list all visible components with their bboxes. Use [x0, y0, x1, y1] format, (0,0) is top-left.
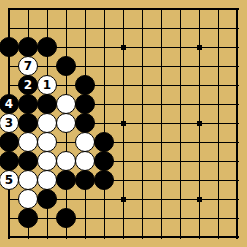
- intersection-10-2[interactable]: [171, 19, 190, 38]
- intersection-10-9[interactable]: [171, 152, 190, 171]
- white-stone: [18, 132, 38, 152]
- star-point: [121, 121, 126, 126]
- intersection-12-4[interactable]: [209, 57, 228, 76]
- move-number: 7: [24, 60, 32, 72]
- intersection-4-10[interactable]: [57, 171, 76, 190]
- intersection-1-4[interactable]: [0, 57, 19, 76]
- intersection-2-13[interactable]: [19, 228, 38, 247]
- black-stone: [75, 94, 95, 114]
- intersection-3-3[interactable]: [38, 38, 57, 57]
- intersection-5-7[interactable]: [76, 114, 95, 133]
- intersection-10-10[interactable]: [171, 171, 190, 190]
- intersection-11-9[interactable]: [190, 152, 209, 171]
- black-stone: [94, 132, 114, 152]
- intersection-8-3[interactable]: [133, 38, 152, 57]
- intersection-3-8[interactable]: [38, 133, 57, 152]
- white-stone: [37, 132, 57, 152]
- intersection-1-3[interactable]: [0, 38, 19, 57]
- black-stone: [75, 113, 95, 133]
- intersection-13-6[interactable]: [228, 95, 247, 114]
- black-stone: [18, 208, 38, 228]
- intersection-11-7[interactable]: [190, 114, 209, 133]
- white-stone: [37, 170, 57, 190]
- intersection-11-8[interactable]: [190, 133, 209, 152]
- intersection-5-11[interactable]: [76, 190, 95, 209]
- intersection-3-9[interactable]: [38, 152, 57, 171]
- black-stone: [37, 37, 57, 57]
- intersection-3-4[interactable]: [38, 57, 57, 76]
- white-stone: [18, 170, 38, 190]
- intersection-10-4[interactable]: [171, 57, 190, 76]
- black-stone: [56, 170, 76, 190]
- intersection-7-3[interactable]: [114, 38, 133, 57]
- intersection-4-5[interactable]: [57, 76, 76, 95]
- intersection-3-7[interactable]: [38, 114, 57, 133]
- intersection-1-8[interactable]: [0, 133, 19, 152]
- intersection-7-6[interactable]: [114, 95, 133, 114]
- intersection-11-11[interactable]: [190, 190, 209, 209]
- intersection-8-6[interactable]: [133, 95, 152, 114]
- intersection-12-9[interactable]: [209, 152, 228, 171]
- intersection-12-5[interactable]: [209, 76, 228, 95]
- intersection-12-6[interactable]: [209, 95, 228, 114]
- intersection-2-11[interactable]: [19, 190, 38, 209]
- intersection-6-5[interactable]: [95, 76, 114, 95]
- star-point: [197, 121, 202, 126]
- intersection-3-13[interactable]: [38, 228, 57, 247]
- go-board: 721435: [0, 0, 247, 247]
- intersection-13-13[interactable]: [228, 228, 247, 247]
- intersection-8-8[interactable]: [133, 133, 152, 152]
- white-stone: [75, 151, 95, 171]
- intersection-6-10[interactable]: [95, 171, 114, 190]
- intersection-12-7[interactable]: [209, 114, 228, 133]
- intersection-9-13[interactable]: [152, 228, 171, 247]
- intersection-9-12[interactable]: [152, 209, 171, 228]
- intersection-11-3[interactable]: [190, 38, 209, 57]
- intersection-11-12[interactable]: [190, 209, 209, 228]
- intersection-11-1[interactable]: [190, 0, 209, 19]
- intersection-2-8[interactable]: [19, 133, 38, 152]
- intersection-7-13[interactable]: [114, 228, 133, 247]
- intersection-7-7[interactable]: [114, 114, 133, 133]
- intersection-12-11[interactable]: [209, 190, 228, 209]
- intersection-8-10[interactable]: [133, 171, 152, 190]
- intersection-9-9[interactable]: [152, 152, 171, 171]
- intersection-12-8[interactable]: [209, 133, 228, 152]
- intersection-13-10[interactable]: [228, 171, 247, 190]
- intersection-4-8[interactable]: [57, 133, 76, 152]
- intersection-2-4[interactable]: 7: [19, 57, 38, 76]
- intersection-2-6[interactable]: [19, 95, 38, 114]
- intersection-3-11[interactable]: [38, 190, 57, 209]
- intersection-13-7[interactable]: [228, 114, 247, 133]
- white-stone: 7: [18, 56, 38, 76]
- intersection-9-4[interactable]: [152, 57, 171, 76]
- intersection-5-3[interactable]: [76, 38, 95, 57]
- intersection-6-12[interactable]: [95, 209, 114, 228]
- intersection-7-10[interactable]: [114, 171, 133, 190]
- black-stone: [0, 151, 19, 171]
- white-stone: 5: [0, 170, 19, 190]
- intersection-10-11[interactable]: [171, 190, 190, 209]
- intersection-5-6[interactable]: [76, 95, 95, 114]
- intersection-5-13[interactable]: [76, 228, 95, 247]
- intersection-4-3[interactable]: [57, 38, 76, 57]
- intersection-7-11[interactable]: [114, 190, 133, 209]
- star-point: [197, 45, 202, 50]
- intersection-9-11[interactable]: [152, 190, 171, 209]
- intersection-13-5[interactable]: [228, 76, 247, 95]
- intersection-13-8[interactable]: [228, 133, 247, 152]
- white-stone: [75, 132, 95, 152]
- intersection-6-13[interactable]: [95, 228, 114, 247]
- intersection-10-12[interactable]: [171, 209, 190, 228]
- intersection-10-8[interactable]: [171, 133, 190, 152]
- intersection-6-4[interactable]: [95, 57, 114, 76]
- intersection-9-10[interactable]: [152, 171, 171, 190]
- intersection-5-2[interactable]: [76, 19, 95, 38]
- intersection-9-7[interactable]: [152, 114, 171, 133]
- intersection-1-13[interactable]: [0, 228, 19, 247]
- intersection-8-4[interactable]: [133, 57, 152, 76]
- intersection-7-8[interactable]: [114, 133, 133, 152]
- intersection-6-9[interactable]: [95, 152, 114, 171]
- intersection-8-9[interactable]: [133, 152, 152, 171]
- intersection-9-1[interactable]: [152, 0, 171, 19]
- intersection-8-13[interactable]: [133, 228, 152, 247]
- intersection-9-2[interactable]: [152, 19, 171, 38]
- intersection-10-6[interactable]: [171, 95, 190, 114]
- move-number: 1: [43, 79, 51, 91]
- star-point: [197, 197, 202, 202]
- intersection-1-9[interactable]: [0, 152, 19, 171]
- intersection-13-1[interactable]: [228, 0, 247, 19]
- black-stone: [18, 37, 38, 57]
- intersection-6-6[interactable]: [95, 95, 114, 114]
- black-stone: [18, 94, 38, 114]
- intersection-8-1[interactable]: [133, 0, 152, 19]
- intersection-12-12[interactable]: [209, 209, 228, 228]
- intersection-1-5[interactable]: [0, 76, 19, 95]
- intersection-7-5[interactable]: [114, 76, 133, 95]
- intersection-3-2[interactable]: [38, 19, 57, 38]
- intersection-13-2[interactable]: [228, 19, 247, 38]
- intersection-4-4[interactable]: [57, 57, 76, 76]
- intersection-10-7[interactable]: [171, 114, 190, 133]
- intersection-3-1[interactable]: [38, 0, 57, 19]
- intersection-12-2[interactable]: [209, 19, 228, 38]
- intersection-12-13[interactable]: [209, 228, 228, 247]
- intersection-2-12[interactable]: [19, 209, 38, 228]
- intersection-1-11[interactable]: [0, 190, 19, 209]
- intersection-6-7[interactable]: [95, 114, 114, 133]
- intersection-1-1[interactable]: [0, 0, 19, 19]
- intersection-8-11[interactable]: [133, 190, 152, 209]
- intersection-10-3[interactable]: [171, 38, 190, 57]
- intersection-1-10[interactable]: 5: [0, 171, 19, 190]
- intersection-9-3[interactable]: [152, 38, 171, 57]
- black-stone: [75, 170, 95, 190]
- black-stone: [37, 94, 57, 114]
- intersection-7-2[interactable]: [114, 19, 133, 38]
- white-stone: [37, 113, 57, 133]
- intersection-11-10[interactable]: [190, 171, 209, 190]
- intersection-3-10[interactable]: [38, 171, 57, 190]
- intersection-4-6[interactable]: [57, 95, 76, 114]
- black-stone: [37, 189, 57, 209]
- intersection-13-3[interactable]: [228, 38, 247, 57]
- intersection-8-7[interactable]: [133, 114, 152, 133]
- intersection-10-13[interactable]: [171, 228, 190, 247]
- white-stone: [56, 113, 76, 133]
- intersection-8-2[interactable]: [133, 19, 152, 38]
- intersection-8-12[interactable]: [133, 209, 152, 228]
- intersection-9-6[interactable]: [152, 95, 171, 114]
- intersection-2-2[interactable]: [19, 19, 38, 38]
- intersection-11-5[interactable]: [190, 76, 209, 95]
- intersection-11-6[interactable]: [190, 95, 209, 114]
- intersection-4-9[interactable]: [57, 152, 76, 171]
- star-point: [121, 45, 126, 50]
- intersection-1-12[interactable]: [0, 209, 19, 228]
- black-stone: 4: [0, 94, 19, 114]
- white-stone: 3: [0, 113, 19, 133]
- black-stone: [18, 151, 38, 171]
- intersection-13-11[interactable]: [228, 190, 247, 209]
- intersection-7-1[interactable]: [114, 0, 133, 19]
- intersection-2-5[interactable]: 2: [19, 76, 38, 95]
- intersection-6-3[interactable]: [95, 38, 114, 57]
- intersection-4-12[interactable]: [57, 209, 76, 228]
- move-number: 2: [24, 79, 32, 91]
- white-stone: [56, 151, 76, 171]
- intersection-5-4[interactable]: [76, 57, 95, 76]
- intersection-4-13[interactable]: [57, 228, 76, 247]
- intersection-4-7[interactable]: [57, 114, 76, 133]
- black-stone: [18, 113, 38, 133]
- intersection-4-2[interactable]: [57, 19, 76, 38]
- intersection-1-6[interactable]: 4: [0, 95, 19, 114]
- intersection-10-5[interactable]: [171, 76, 190, 95]
- intersection-3-12[interactable]: [38, 209, 57, 228]
- intersection-11-13[interactable]: [190, 228, 209, 247]
- black-stone: [56, 208, 76, 228]
- star-point: [121, 197, 126, 202]
- black-stone: [94, 151, 114, 171]
- intersection-7-4[interactable]: [114, 57, 133, 76]
- intersection-13-12[interactable]: [228, 209, 247, 228]
- intersection-5-9[interactable]: [76, 152, 95, 171]
- black-stone: [0, 132, 19, 152]
- intersection-6-11[interactable]: [95, 190, 114, 209]
- intersection-4-1[interactable]: [57, 0, 76, 19]
- intersection-5-10[interactable]: [76, 171, 95, 190]
- intersection-10-1[interactable]: [171, 0, 190, 19]
- intersection-3-5[interactable]: 1: [38, 76, 57, 95]
- intersection-6-8[interactable]: [95, 133, 114, 152]
- move-number: 5: [5, 174, 13, 186]
- intersection-12-10[interactable]: [209, 171, 228, 190]
- intersection-5-12[interactable]: [76, 209, 95, 228]
- intersection-2-1[interactable]: [19, 0, 38, 19]
- intersection-2-10[interactable]: [19, 171, 38, 190]
- intersection-5-5[interactable]: [76, 76, 95, 95]
- black-stone: 2: [18, 75, 38, 95]
- black-stone: [0, 37, 19, 57]
- black-stone: [56, 56, 76, 76]
- intersection-4-11[interactable]: [57, 190, 76, 209]
- intersection-5-8[interactable]: [76, 133, 95, 152]
- intersection-13-4[interactable]: [228, 57, 247, 76]
- intersection-1-2[interactable]: [0, 19, 19, 38]
- intersection-2-9[interactable]: [19, 152, 38, 171]
- white-stone: 1: [37, 75, 57, 95]
- intersection-8-5[interactable]: [133, 76, 152, 95]
- move-number: 4: [5, 98, 13, 110]
- white-stone: [56, 94, 76, 114]
- intersection-3-6[interactable]: [38, 95, 57, 114]
- intersection-2-7[interactable]: [19, 114, 38, 133]
- intersection-1-7[interactable]: 3: [0, 114, 19, 133]
- intersection-11-4[interactable]: [190, 57, 209, 76]
- white-stone: [18, 189, 38, 209]
- intersection-7-9[interactable]: [114, 152, 133, 171]
- intersection-6-1[interactable]: [95, 0, 114, 19]
- move-number: 3: [5, 117, 13, 129]
- black-stone: [75, 75, 95, 95]
- intersection-2-3[interactable]: [19, 38, 38, 57]
- intersection-9-5[interactable]: [152, 76, 171, 95]
- black-stone: [94, 170, 114, 190]
- intersection-5-1[interactable]: [76, 0, 95, 19]
- intersection-7-12[interactable]: [114, 209, 133, 228]
- intersection-12-3[interactable]: [209, 38, 228, 57]
- intersection-11-2[interactable]: [190, 19, 209, 38]
- intersection-12-1[interactable]: [209, 0, 228, 19]
- intersection-13-9[interactable]: [228, 152, 247, 171]
- white-stone: [37, 151, 57, 171]
- intersection-6-2[interactable]: [95, 19, 114, 38]
- intersection-9-8[interactable]: [152, 133, 171, 152]
